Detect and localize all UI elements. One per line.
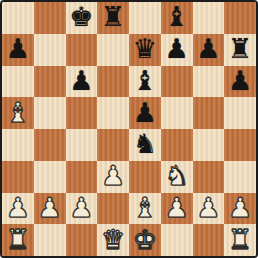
square-h2[interactable]: ♟ — [224, 193, 256, 225]
white-pawn-f2[interactable]: ♟ — [165, 194, 189, 221]
square-a4[interactable] — [2, 129, 34, 161]
square-f7[interactable]: ♟ — [161, 34, 193, 66]
square-c8[interactable]: ♚ — [66, 2, 98, 34]
square-b6[interactable] — [34, 66, 66, 98]
square-b1[interactable] — [34, 224, 66, 256]
black-pawn-e5[interactable]: ♟ — [133, 99, 157, 126]
square-e2[interactable]: ♝ — [129, 193, 161, 225]
square-c7[interactable] — [66, 34, 98, 66]
white-pawn-g2[interactable]: ♟ — [196, 194, 220, 221]
chess-board: ♚♜♝♟♛♟♟♜♟♝♟♝♟♞♟♞♟♟♟♝♟♟♟♜♛♚♜ — [0, 0, 258, 258]
square-g2[interactable]: ♟ — [193, 193, 225, 225]
square-a5[interactable]: ♝ — [2, 97, 34, 129]
square-a7[interactable]: ♟ — [2, 34, 34, 66]
white-pawn-d3[interactable]: ♟ — [101, 162, 125, 189]
square-f6[interactable] — [161, 66, 193, 98]
square-a3[interactable] — [2, 161, 34, 193]
square-f8[interactable]: ♝ — [161, 2, 193, 34]
black-queen-e7[interactable]: ♛ — [133, 35, 157, 62]
black-pawn-g7[interactable]: ♟ — [196, 35, 220, 62]
white-bishop-a5[interactable]: ♝ — [6, 99, 30, 126]
square-e4[interactable]: ♞ — [129, 129, 161, 161]
square-d5[interactable] — [97, 97, 129, 129]
black-bishop-f8[interactable]: ♝ — [165, 3, 189, 30]
square-h5[interactable] — [224, 97, 256, 129]
black-bishop-e6[interactable]: ♝ — [133, 67, 157, 94]
square-g6[interactable] — [193, 66, 225, 98]
square-a8[interactable] — [2, 2, 34, 34]
square-f1[interactable] — [161, 224, 193, 256]
square-g5[interactable] — [193, 97, 225, 129]
square-b5[interactable] — [34, 97, 66, 129]
square-d6[interactable] — [97, 66, 129, 98]
square-c2[interactable]: ♟ — [66, 193, 98, 225]
square-a1[interactable]: ♜ — [2, 224, 34, 256]
square-e5[interactable]: ♟ — [129, 97, 161, 129]
square-c1[interactable] — [66, 224, 98, 256]
black-king-c8[interactable]: ♚ — [69, 3, 93, 30]
square-d3[interactable]: ♟ — [97, 161, 129, 193]
square-f4[interactable] — [161, 129, 193, 161]
square-g3[interactable] — [193, 161, 225, 193]
black-rook-d8[interactable]: ♜ — [101, 3, 125, 30]
square-h3[interactable] — [224, 161, 256, 193]
square-a6[interactable] — [2, 66, 34, 98]
square-d7[interactable] — [97, 34, 129, 66]
white-pawn-c2[interactable]: ♟ — [69, 194, 93, 221]
square-g4[interactable] — [193, 129, 225, 161]
square-h4[interactable] — [224, 129, 256, 161]
square-f5[interactable] — [161, 97, 193, 129]
square-g8[interactable] — [193, 2, 225, 34]
square-g1[interactable] — [193, 224, 225, 256]
black-knight-e4[interactable]: ♞ — [133, 130, 157, 157]
square-c6[interactable]: ♟ — [66, 66, 98, 98]
white-pawn-b2[interactable]: ♟ — [38, 194, 62, 221]
square-h6[interactable]: ♟ — [224, 66, 256, 98]
square-f2[interactable]: ♟ — [161, 193, 193, 225]
square-g7[interactable]: ♟ — [193, 34, 225, 66]
square-f3[interactable]: ♞ — [161, 161, 193, 193]
square-h7[interactable]: ♜ — [224, 34, 256, 66]
black-rook-h7[interactable]: ♜ — [228, 35, 252, 62]
square-d1[interactable]: ♛ — [97, 224, 129, 256]
square-e8[interactable] — [129, 2, 161, 34]
white-knight-f3[interactable]: ♞ — [165, 162, 189, 189]
square-e1[interactable]: ♚ — [129, 224, 161, 256]
square-d8[interactable]: ♜ — [97, 2, 129, 34]
white-rook-a1[interactable]: ♜ — [6, 226, 30, 253]
square-c5[interactable] — [66, 97, 98, 129]
square-d4[interactable] — [97, 129, 129, 161]
square-h1[interactable]: ♜ — [224, 224, 256, 256]
square-a2[interactable]: ♟ — [2, 193, 34, 225]
square-b8[interactable] — [34, 2, 66, 34]
square-b4[interactable] — [34, 129, 66, 161]
white-pawn-a2[interactable]: ♟ — [6, 194, 30, 221]
square-e7[interactable]: ♛ — [129, 34, 161, 66]
chess-board-wrap: ♚♜♝♟♛♟♟♜♟♝♟♝♟♞♟♞♟♟♟♝♟♟♟♜♛♚♜ — [0, 0, 258, 258]
black-pawn-f7[interactable]: ♟ — [165, 35, 189, 62]
square-b7[interactable] — [34, 34, 66, 66]
black-pawn-a7[interactable]: ♟ — [6, 35, 30, 62]
square-e3[interactable] — [129, 161, 161, 193]
white-queen-d1[interactable]: ♛ — [101, 226, 125, 253]
square-h8[interactable] — [224, 2, 256, 34]
black-pawn-h6[interactable]: ♟ — [228, 67, 252, 94]
square-e6[interactable]: ♝ — [129, 66, 161, 98]
square-b2[interactable]: ♟ — [34, 193, 66, 225]
black-pawn-c6[interactable]: ♟ — [69, 67, 93, 94]
square-d2[interactable] — [97, 193, 129, 225]
square-c3[interactable] — [66, 161, 98, 193]
square-b3[interactable] — [34, 161, 66, 193]
white-king-e1[interactable]: ♚ — [133, 226, 157, 253]
square-c4[interactable] — [66, 129, 98, 161]
white-rook-h1[interactable]: ♜ — [228, 226, 252, 253]
white-pawn-h2[interactable]: ♟ — [228, 194, 252, 221]
white-bishop-e2[interactable]: ♝ — [133, 194, 157, 221]
